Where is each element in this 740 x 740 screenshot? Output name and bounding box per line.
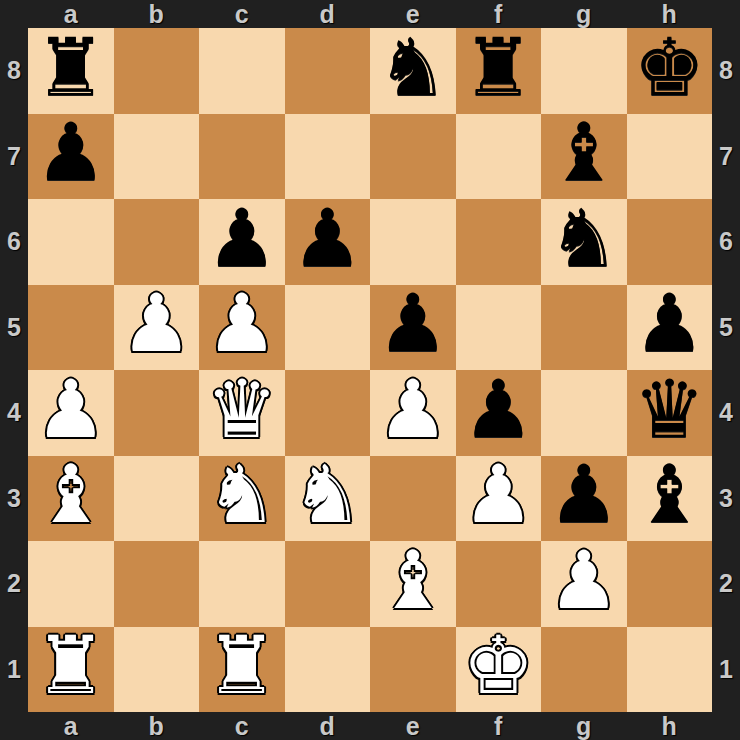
- square-f5[interactable]: [456, 285, 542, 371]
- square-h7[interactable]: [627, 114, 713, 200]
- file-label-bottom-d: d: [285, 712, 371, 740]
- square-d1[interactable]: [285, 627, 371, 713]
- file-label-bottom-h: h: [627, 712, 713, 740]
- square-f1[interactable]: ♚: [456, 627, 542, 713]
- piece-white-knight-d3: ♞: [291, 455, 363, 535]
- piece-white-pawn-b5: ♟: [120, 284, 192, 364]
- file-label-bottom-f: f: [456, 712, 542, 740]
- square-g1[interactable]: [541, 627, 627, 713]
- rank-label-right-5: 5: [712, 285, 740, 371]
- square-c1[interactable]: ♜: [199, 627, 285, 713]
- corner-bottom-left: [0, 712, 28, 740]
- piece-white-rook-a1: ♜: [35, 626, 107, 706]
- square-c8[interactable]: [199, 28, 285, 114]
- square-g2[interactable]: ♟: [541, 541, 627, 627]
- file-labels-top: abcdefgh: [28, 0, 712, 28]
- file-label-bottom-a: a: [28, 712, 114, 740]
- rank-label-left-2: 2: [0, 541, 28, 627]
- rank-label-left-7: 7: [0, 114, 28, 200]
- square-h4[interactable]: ♛: [627, 370, 713, 456]
- square-e4[interactable]: ♟: [370, 370, 456, 456]
- square-b6[interactable]: [114, 199, 200, 285]
- square-e2[interactable]: ♝: [370, 541, 456, 627]
- square-e7[interactable]: [370, 114, 456, 200]
- corner-top-left: [0, 0, 28, 28]
- square-d5[interactable]: [285, 285, 371, 371]
- piece-black-pawn-f4: ♟: [462, 370, 534, 450]
- square-d8[interactable]: [285, 28, 371, 114]
- square-b1[interactable]: [114, 627, 200, 713]
- square-a8[interactable]: ♜: [28, 28, 114, 114]
- square-g3[interactable]: ♟: [541, 456, 627, 542]
- square-f2[interactable]: [456, 541, 542, 627]
- square-e5[interactable]: ♟: [370, 285, 456, 371]
- file-label-bottom-c: c: [199, 712, 285, 740]
- file-label-top-d: d: [285, 0, 371, 28]
- piece-black-bishop-h3: ♝: [633, 455, 705, 535]
- piece-white-pawn-a4: ♟: [35, 370, 107, 450]
- square-c2[interactable]: [199, 541, 285, 627]
- piece-black-pawn-d6: ♟: [291, 199, 363, 279]
- square-e6[interactable]: [370, 199, 456, 285]
- square-a1[interactable]: ♜: [28, 627, 114, 713]
- square-h3[interactable]: ♝: [627, 456, 713, 542]
- file-label-top-g: g: [541, 0, 627, 28]
- square-e8[interactable]: ♞: [370, 28, 456, 114]
- piece-white-rook-c1: ♜: [206, 626, 278, 706]
- rank-label-right-2: 2: [712, 541, 740, 627]
- rank-labels-left: 87654321: [0, 28, 28, 712]
- chessboard-frame: abcdefgh 87654321 ♜♞♜♚♟♝♟♟♞♟♟♟♟♟♛♟♟♛♝♞♞♟…: [0, 0, 740, 740]
- square-c6[interactable]: ♟: [199, 199, 285, 285]
- file-labels-bottom: abcdefgh: [28, 712, 712, 740]
- square-b7[interactable]: [114, 114, 200, 200]
- square-f7[interactable]: [456, 114, 542, 200]
- rank-label-left-5: 5: [0, 285, 28, 371]
- rank-label-left-4: 4: [0, 370, 28, 456]
- square-b8[interactable]: [114, 28, 200, 114]
- piece-black-pawn-g3: ♟: [548, 455, 620, 535]
- square-e3[interactable]: [370, 456, 456, 542]
- rank-label-left-3: 3: [0, 456, 28, 542]
- square-a6[interactable]: [28, 199, 114, 285]
- piece-white-pawn-e4: ♟: [377, 370, 449, 450]
- file-label-bottom-e: e: [370, 712, 456, 740]
- square-g4[interactable]: [541, 370, 627, 456]
- piece-white-pawn-g2: ♟: [548, 541, 620, 621]
- piece-black-pawn-a7: ♟: [35, 113, 107, 193]
- rank-label-right-7: 7: [712, 114, 740, 200]
- square-c3[interactable]: ♞: [199, 456, 285, 542]
- square-d3[interactable]: ♞: [285, 456, 371, 542]
- square-g6[interactable]: ♞: [541, 199, 627, 285]
- square-b5[interactable]: ♟: [114, 285, 200, 371]
- square-d7[interactable]: [285, 114, 371, 200]
- corner-bottom-right: [712, 712, 740, 740]
- file-label-bottom-g: g: [541, 712, 627, 740]
- square-a5[interactable]: [28, 285, 114, 371]
- piece-black-pawn-c6: ♟: [206, 199, 278, 279]
- square-a3[interactable]: ♝: [28, 456, 114, 542]
- square-f8[interactable]: ♜: [456, 28, 542, 114]
- square-g5[interactable]: [541, 285, 627, 371]
- square-b4[interactable]: [114, 370, 200, 456]
- file-label-top-c: c: [199, 0, 285, 28]
- rank-label-right-8: 8: [712, 28, 740, 114]
- square-d6[interactable]: ♟: [285, 199, 371, 285]
- square-b3[interactable]: [114, 456, 200, 542]
- piece-black-rook-a8: ♜: [35, 28, 107, 108]
- piece-black-pawn-h5: ♟: [633, 284, 705, 364]
- square-h6[interactable]: [627, 199, 713, 285]
- rank-label-left-1: 1: [0, 627, 28, 713]
- rank-labels-right: 87654321: [712, 28, 740, 712]
- chessboard: ♜♞♜♚♟♝♟♟♞♟♟♟♟♟♛♟♟♛♝♞♞♟♟♝♝♟♜♜♚: [28, 28, 712, 712]
- square-h2[interactable]: [627, 541, 713, 627]
- piece-black-knight-g6: ♞: [548, 199, 620, 279]
- square-c7[interactable]: [199, 114, 285, 200]
- square-a4[interactable]: ♟: [28, 370, 114, 456]
- file-label-bottom-b: b: [114, 712, 200, 740]
- square-c5[interactable]: ♟: [199, 285, 285, 371]
- square-g8[interactable]: [541, 28, 627, 114]
- rank-label-right-4: 4: [712, 370, 740, 456]
- square-a2[interactable]: [28, 541, 114, 627]
- piece-white-bishop-e2: ♝: [377, 541, 449, 621]
- piece-black-pawn-e5: ♟: [377, 284, 449, 364]
- square-d4[interactable]: [285, 370, 371, 456]
- square-g7[interactable]: ♝: [541, 114, 627, 200]
- rank-label-right-3: 3: [712, 456, 740, 542]
- square-d2[interactable]: [285, 541, 371, 627]
- square-c4[interactable]: ♛: [199, 370, 285, 456]
- rank-label-left-8: 8: [0, 28, 28, 114]
- corner-top-right: [712, 0, 740, 28]
- piece-black-bishop-g7: ♝: [548, 113, 620, 193]
- piece-white-king-f1: ♚: [462, 626, 534, 706]
- piece-black-king-h8: ♚: [633, 28, 705, 108]
- piece-white-bishop-a3: ♝: [35, 455, 107, 535]
- piece-black-knight-e8: ♞: [377, 28, 449, 108]
- rank-label-right-1: 1: [712, 627, 740, 713]
- square-b2[interactable]: [114, 541, 200, 627]
- square-h8[interactable]: ♚: [627, 28, 713, 114]
- file-label-top-b: b: [114, 0, 200, 28]
- piece-white-knight-c3: ♞: [206, 455, 278, 535]
- square-h1[interactable]: [627, 627, 713, 713]
- rank-label-left-6: 6: [0, 199, 28, 285]
- piece-white-pawn-f3: ♟: [462, 455, 534, 535]
- square-a7[interactable]: ♟: [28, 114, 114, 200]
- piece-white-pawn-c5: ♟: [206, 284, 278, 364]
- rank-label-right-6: 6: [712, 199, 740, 285]
- piece-black-queen-h4: ♛: [633, 370, 705, 450]
- piece-white-queen-c4: ♛: [206, 370, 278, 450]
- piece-black-rook-f8: ♜: [462, 28, 534, 108]
- square-h5[interactable]: ♟: [627, 285, 713, 371]
- square-f4[interactable]: ♟: [456, 370, 542, 456]
- square-f3[interactable]: ♟: [456, 456, 542, 542]
- square-f6[interactable]: [456, 199, 542, 285]
- square-e1[interactable]: [370, 627, 456, 713]
